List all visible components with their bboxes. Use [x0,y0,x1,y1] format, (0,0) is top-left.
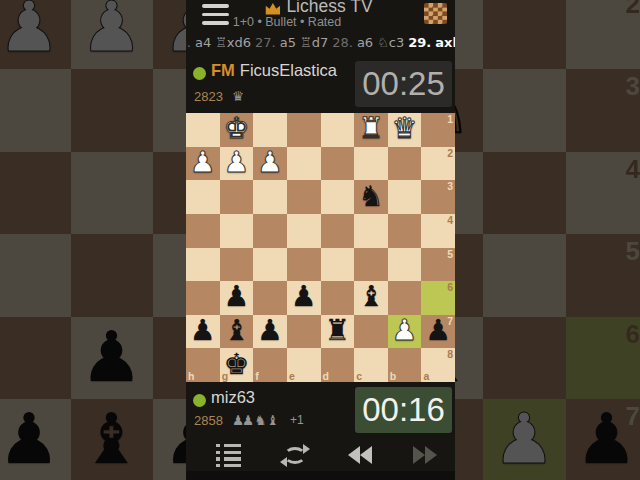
square-b6[interactable] [388,281,422,315]
bottom-toolbar [186,440,455,471]
square-f1[interactable] [253,113,287,147]
square-g5[interactable] [220,248,254,282]
rank-label: 6 [447,282,453,293]
material-advantage: +1 [290,413,304,427]
screenshot-root: ♚♜♛1♟♟♟2♞345♟♟♝6♟♝♟♜♟♟7h♚gfedcb8a Liches… [0,0,640,480]
square-d5[interactable] [321,248,355,282]
square-e2[interactable] [287,147,321,181]
square-a3[interactable]: 3 [421,180,455,214]
square-h4[interactable] [186,214,220,248]
square-f5[interactable] [253,248,287,282]
square-h1[interactable] [186,113,220,147]
square-b8[interactable]: b [388,348,422,382]
square-c4[interactable] [354,214,388,248]
rewind-icon [348,446,373,465]
square-h3 [0,69,71,152]
rank-label: 3 [626,73,640,99]
square-g3 [71,69,154,152]
file-label: c [356,371,362,382]
square-b4[interactable] [388,214,422,248]
black-bishop: ♝ [358,282,384,311]
square-h4 [0,152,71,235]
square-d4[interactable] [321,214,355,248]
square-d7[interactable]: ♜ [321,315,355,349]
captured-pieces-tray: ♛ [232,88,242,104]
square-a4: 4 [566,152,640,235]
game-meta-subtitle: 1+0 • Bullet • Rated [233,15,341,29]
square-a4[interactable]: 4 [421,214,455,248]
square-e7[interactable] [287,315,321,349]
rank-label: 3 [447,181,453,192]
move-token[interactable]: axb7 [435,35,455,50]
move-token[interactable]: a4 [195,35,211,50]
move-token[interactable]: a6 [357,35,373,50]
move-token[interactable]: 29. [408,35,431,50]
white-pawn: ♟ [190,148,216,177]
rank-label: 4 [447,215,453,226]
square-g7: ♝ [71,399,154,480]
file-label: h [188,371,194,382]
black-pawn: ♟ [80,322,143,392]
square-e3[interactable] [287,180,321,214]
black-pawn: ♟ [257,316,283,345]
square-f3[interactable] [253,180,287,214]
fast-forward-icon [413,446,438,465]
square-g4 [71,152,154,235]
rank-label: 8 [447,349,453,360]
black-knight: ♞ [358,182,384,211]
white-rook: ♜ [358,114,384,143]
white-pawn: ♟ [257,148,283,177]
square-a5: 5 [566,234,640,317]
online-dot [193,67,206,80]
square-a6[interactable]: 6 [421,281,455,315]
white-pawn: ♟ [223,148,249,177]
rank-label: 7 [626,403,640,429]
move-token[interactable]: a5 [280,35,296,50]
move-token[interactable]: ♖xd6 [215,35,251,50]
square-b2[interactable] [388,147,422,181]
file-label: b [390,371,396,382]
square-c1[interactable]: ♜ [354,113,388,147]
move-token[interactable]: 26. [186,35,191,50]
black-pawn: ♟ [223,282,249,311]
square-h5[interactable] [186,248,220,282]
square-h3[interactable] [186,180,220,214]
square-b2 [483,0,566,69]
clock-black-active: 00:16 [355,387,452,433]
square-a7[interactable]: ♟7 [421,315,455,349]
square-e8[interactable]: e [287,348,321,382]
mini-chessboard-icon[interactable] [424,3,447,24]
black-bishop: ♝ [223,316,249,345]
square-e1[interactable] [287,113,321,147]
square-h2: ♟ [0,0,71,69]
square-e5[interactable] [287,248,321,282]
square-d1[interactable] [321,113,355,147]
player-rating: 2823 [194,89,223,104]
square-e6[interactable]: ♟ [287,281,321,315]
player-rating: 2858 [194,413,223,428]
square-g6: ♟ [71,317,154,400]
file-label: a [423,371,429,382]
white-pawn: ♟ [80,0,143,62]
player-bottom-rating-row: 2858 ♟♟ ♞ ♝ +1 [194,412,304,428]
black-pawn: ♟ [190,316,216,345]
captured-pieces-tray: ♟♟ ♞ ♝ [232,412,277,428]
square-g6[interactable]: ♟ [220,281,254,315]
square-f7[interactable]: ♟ [253,315,287,349]
square-h5 [0,234,71,317]
square-g7[interactable]: ♝ [220,315,254,349]
clock-white: 00:25 [355,61,452,107]
rank-label: 5 [626,238,640,264]
square-d3[interactable] [321,180,355,214]
square-g3[interactable] [220,180,254,214]
file-label: d [323,371,329,382]
square-c7[interactable] [354,315,388,349]
square-g2: ♟ [71,0,154,69]
rank-label: 4 [626,156,640,182]
flip-icon [284,447,306,464]
square-e4[interactable] [287,214,321,248]
black-pawn: ♟ [291,282,317,311]
file-label: g [222,371,228,382]
square-g8[interactable]: ♚g [220,348,254,382]
file-label: e [289,371,295,382]
square-c8[interactable]: c [354,348,388,382]
square-h7: ♟ [0,399,71,480]
player-top-name-row: FM FicusElastica [211,61,337,80]
fast-forward-button[interactable] [413,446,438,465]
square-f4[interactable] [253,214,287,248]
white-pawn: ♟ [493,404,556,474]
square-g1[interactable]: ♚ [220,113,254,147]
list-icon [216,444,241,467]
square-a3: 3 [566,69,640,152]
square-b7: ♟ [483,399,566,480]
square-f2[interactable]: ♟ [253,147,287,181]
square-b5 [483,234,566,317]
player-name: miz63 [211,388,255,406]
square-h6[interactable] [186,281,220,315]
square-h2[interactable]: ♟ [186,147,220,181]
white-pawn: ♟ [392,316,418,345]
square-a2[interactable]: 2 [421,147,455,181]
square-a7: ♟7 [566,399,640,480]
square-b1[interactable]: ♛ [388,113,422,147]
square-c6[interactable]: ♝ [354,281,388,315]
square-d2[interactable] [321,147,355,181]
square-f6[interactable] [253,281,287,315]
rank-label: 6 [626,321,640,347]
square-a1[interactable]: 1 [421,113,455,147]
chess-board[interactable]: ♚♜♛1♟♟♟2♞345♟♟♝6♟♝♟♜♟♟7h♚gfedcb8a [186,113,455,382]
move-list-button[interactable] [216,444,241,467]
square-a6: 6 [566,317,640,400]
phone-content: Lichess TV 1+0 • Bullet • Rated 26.a4♖xd… [186,0,455,480]
rank-label: 2 [447,148,453,159]
black-bishop: ♝ [80,404,143,474]
square-b5[interactable] [388,248,422,282]
tv-crown-icon [265,3,280,15]
square-a8[interactable]: 8a [421,348,455,382]
file-label: f [255,371,259,382]
white-king: ♚ [223,114,249,143]
bottom-strip [186,471,455,480]
square-h6 [0,317,71,400]
square-g5 [71,234,154,317]
rank-label: 5 [447,249,453,260]
player-title-badge: FM [211,61,235,80]
square-g2[interactable]: ♟ [220,147,254,181]
black-rook: ♜ [324,316,350,345]
square-b6 [483,317,566,400]
rank-label: 1 [447,114,453,125]
move-token[interactable]: 28. [332,35,353,50]
white-queen: ♛ [392,114,418,143]
move-list[interactable]: 26.a4♖xd627.a5♖d728.a6♘c329.axb7 [186,32,455,52]
square-g4[interactable] [220,214,254,248]
square-b3 [483,69,566,152]
square-d6[interactable] [321,281,355,315]
rank-label: 2 [626,0,640,17]
square-c3[interactable]: ♞ [354,180,388,214]
black-pawn: ♟ [0,404,61,474]
menu-icon[interactable] [202,4,229,25]
white-pawn: ♟ [0,0,61,62]
square-b3[interactable] [388,180,422,214]
square-h8[interactable]: h [186,348,220,382]
move-token[interactable]: ♘c3 [377,35,404,50]
move-token[interactable]: ♖d7 [300,35,328,50]
square-b4 [483,152,566,235]
online-dot [193,394,206,407]
flip-board-button[interactable] [284,447,306,464]
player-bottom-name-row: miz63 [211,388,255,407]
square-c2[interactable] [354,147,388,181]
move-token[interactable]: 27. [255,35,276,50]
player-top-rating-row: 2823 ♛ [194,88,242,104]
square-c5[interactable] [354,248,388,282]
square-a2: 2 [566,0,640,69]
square-d8[interactable]: d [321,348,355,382]
rank-label: 7 [447,316,453,327]
square-h7[interactable]: ♟ [186,315,220,349]
square-f8[interactable]: f [253,348,287,382]
square-a5[interactable]: 5 [421,248,455,282]
player-name: FicusElastica [240,61,337,80]
square-b7[interactable]: ♟ [388,315,422,349]
rewind-button[interactable] [348,446,373,465]
